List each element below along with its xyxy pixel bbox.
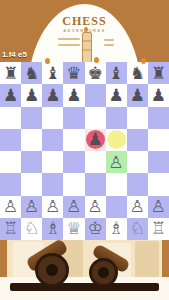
- black-rook[interactable]: ♜: [3, 65, 18, 82]
- flame-icon: [141, 58, 146, 64]
- flame-icon: [94, 57, 99, 63]
- square-d4[interactable]: [63, 151, 84, 173]
- black-pawn[interactable]: ♟: [3, 87, 18, 104]
- square-b6[interactable]: [21, 107, 42, 129]
- square-f4[interactable]: ♙: [106, 151, 127, 173]
- square-h2[interactable]: ♙: [148, 196, 169, 218]
- white-pawn[interactable]: ♙: [45, 198, 60, 215]
- square-e8[interactable]: ♚: [85, 62, 106, 84]
- square-e4[interactable]: [85, 151, 106, 173]
- square-d2[interactable]: ♙: [63, 196, 84, 218]
- black-pawn[interactable]: ♟: [151, 87, 166, 104]
- square-f5[interactable]: [106, 129, 127, 151]
- square-c3[interactable]: [42, 173, 63, 195]
- black-pawn[interactable]: ♟: [87, 131, 102, 148]
- square-e7[interactable]: [85, 84, 106, 106]
- ground-bar: [10, 283, 159, 291]
- square-g3[interactable]: [127, 173, 148, 195]
- square-e1[interactable]: ♔: [85, 218, 106, 240]
- black-pawn[interactable]: ♟: [45, 87, 60, 104]
- square-a1[interactable]: ♖: [0, 218, 21, 240]
- square-d1[interactable]: ♕: [63, 218, 84, 240]
- square-c2[interactable]: ♙: [42, 196, 63, 218]
- square-a2[interactable]: ♙: [0, 196, 21, 218]
- black-pawn[interactable]: ♟: [24, 87, 39, 104]
- square-d5[interactable]: [63, 129, 84, 151]
- square-g4[interactable]: [127, 151, 148, 173]
- white-pawn[interactable]: ♙: [66, 198, 81, 215]
- square-b2[interactable]: ♙: [21, 196, 42, 218]
- white-pawn[interactable]: ♙: [130, 198, 145, 215]
- white-pawn[interactable]: ♙: [151, 198, 166, 215]
- square-f8[interactable]: ♝: [106, 62, 127, 84]
- square-b8[interactable]: ♞: [21, 62, 42, 84]
- black-rook[interactable]: ♜: [151, 65, 166, 82]
- white-rook[interactable]: ♖: [151, 220, 166, 237]
- white-pawn[interactable]: ♙: [109, 154, 124, 171]
- white-king[interactable]: ♔: [87, 220, 102, 237]
- square-b7[interactable]: ♟: [21, 84, 42, 106]
- square-c5[interactable]: [42, 129, 63, 151]
- black-knight[interactable]: ♞: [24, 65, 39, 82]
- black-knight[interactable]: ♞: [130, 65, 145, 82]
- square-h5[interactable]: [148, 129, 169, 151]
- square-g8[interactable]: ♞: [127, 62, 148, 84]
- square-g2[interactable]: ♙: [127, 196, 148, 218]
- square-c7[interactable]: ♟: [42, 84, 63, 106]
- black-pawn[interactable]: ♟: [66, 87, 81, 104]
- square-d7[interactable]: ♟: [63, 84, 84, 106]
- black-bishop[interactable]: ♝: [45, 65, 60, 82]
- square-e3[interactable]: [85, 173, 106, 195]
- white-bishop[interactable]: ♗: [45, 220, 60, 237]
- white-queen[interactable]: ♕: [66, 220, 81, 237]
- square-d6[interactable]: [63, 107, 84, 129]
- square-a6[interactable]: [0, 107, 21, 129]
- white-pawn[interactable]: ♙: [87, 198, 102, 215]
- square-a7[interactable]: ♟: [0, 84, 21, 106]
- move-list-label: 1.f4 e5: [2, 50, 27, 59]
- square-a8[interactable]: ♜: [0, 62, 21, 84]
- white-pawn[interactable]: ♙: [24, 198, 39, 215]
- square-f7[interactable]: ♟: [106, 84, 127, 106]
- square-a3[interactable]: [0, 173, 21, 195]
- flame-icon: [45, 58, 50, 64]
- move-hint-highlight: [107, 130, 126, 149]
- square-g5[interactable]: [127, 129, 148, 151]
- white-rook[interactable]: ♖: [3, 220, 18, 237]
- square-c6[interactable]: [42, 107, 63, 129]
- white-bishop[interactable]: ♗: [109, 220, 124, 237]
- square-d8[interactable]: ♛: [63, 62, 84, 84]
- square-g6[interactable]: [127, 107, 148, 129]
- square-h6[interactable]: [148, 107, 169, 129]
- white-knight[interactable]: ♘: [24, 220, 39, 237]
- square-e2[interactable]: ♙: [85, 196, 106, 218]
- square-h7[interactable]: ♟: [148, 84, 169, 106]
- square-h3[interactable]: [148, 173, 169, 195]
- square-e5[interactable]: ♟: [85, 129, 106, 151]
- white-knight[interactable]: ♘: [130, 220, 145, 237]
- black-pawn[interactable]: ♟: [109, 87, 124, 104]
- black-pawn[interactable]: ♟: [130, 87, 145, 104]
- square-a5[interactable]: [0, 129, 21, 151]
- black-queen[interactable]: ♛: [66, 65, 81, 82]
- square-h4[interactable]: [148, 151, 169, 173]
- square-e6[interactable]: [85, 107, 106, 129]
- square-f6[interactable]: [106, 107, 127, 129]
- square-h1[interactable]: ♖: [148, 218, 169, 240]
- decor-text-line: [58, 38, 80, 40]
- square-b4[interactable]: [21, 151, 42, 173]
- black-bishop[interactable]: ♝: [109, 65, 124, 82]
- chess-board: ♜♞♝♛♚♝♞♜♟♟♟♟♟♟♟♟♙♙♙♙♙♙♙♙♖♘♗♕♔♗♘♖: [0, 62, 169, 240]
- square-f1[interactable]: ♗: [106, 218, 127, 240]
- square-d3[interactable]: [63, 173, 84, 195]
- black-king[interactable]: ♚: [87, 65, 102, 82]
- decor-text-line: [104, 44, 114, 46]
- square-c4[interactable]: [42, 151, 63, 173]
- chess-app-screen: CHESS ADVENTURES 1.f4 e5 ♜♞♝♛♚♝♞♜♟♟♟♟♟♟♟…: [0, 0, 169, 300]
- square-c8[interactable]: ♝: [42, 62, 63, 84]
- square-b1[interactable]: ♘: [21, 218, 42, 240]
- square-a4[interactable]: [0, 151, 21, 173]
- square-f3[interactable]: [106, 173, 127, 195]
- decor-text-line: [104, 39, 114, 41]
- square-g1[interactable]: ♘: [127, 218, 148, 240]
- square-f2[interactable]: [106, 196, 127, 218]
- square-h8[interactable]: ♜: [148, 62, 169, 84]
- decor-text-line: [58, 44, 80, 46]
- cannons-illustration: [0, 240, 169, 300]
- square-b3[interactable]: [21, 173, 42, 195]
- square-g7[interactable]: ♟: [127, 84, 148, 106]
- white-pawn[interactable]: ♙: [3, 198, 18, 215]
- square-c1[interactable]: ♗: [42, 218, 63, 240]
- square-b5[interactable]: [21, 129, 42, 151]
